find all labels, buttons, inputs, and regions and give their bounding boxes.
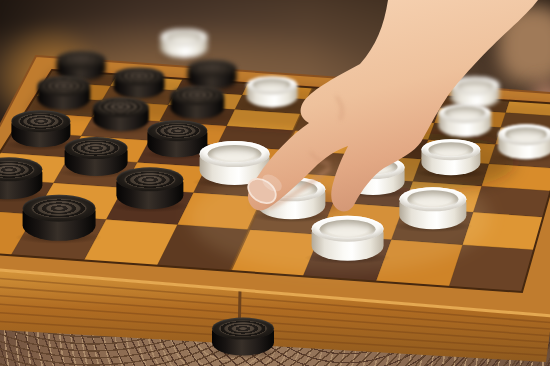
child-hand xyxy=(0,0,550,366)
arm-hand-finger-silhouette xyxy=(248,0,538,211)
photo-scene xyxy=(0,0,550,366)
